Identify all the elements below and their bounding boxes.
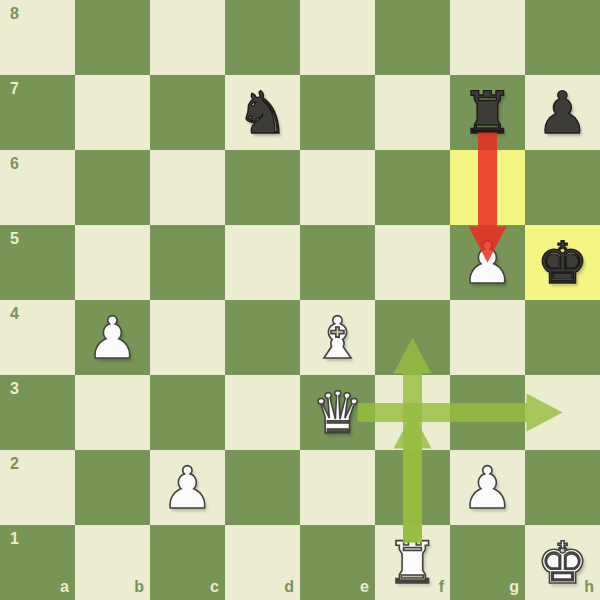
square-c8[interactable] — [150, 0, 225, 75]
square-h2[interactable] — [525, 450, 600, 525]
white-pawn-b4[interactable]: ♟ — [75, 300, 150, 375]
rank-label-8: 8 — [10, 6, 19, 22]
black-rook-g7[interactable]: ♜ — [450, 75, 525, 150]
white-queen-e3[interactable]: ♛ — [300, 375, 375, 450]
square-e4[interactable]: ♝ — [300, 300, 375, 375]
square-f2[interactable] — [375, 450, 450, 525]
last-move-highlight-g6 — [450, 150, 525, 225]
rank-label-2: 2 — [10, 456, 19, 472]
square-e1[interactable]: e — [300, 525, 375, 600]
file-label-b: b — [134, 579, 144, 595]
rank-label-4: 4 — [10, 306, 19, 322]
white-pawn-g2[interactable]: ♟ — [450, 450, 525, 525]
file-label-h: h — [584, 579, 594, 595]
square-f6[interactable] — [375, 150, 450, 225]
chess-board: 87♞♜♟65♟♚4♟♝3♛2♟♟1abcdef♜gh♚ — [0, 0, 600, 600]
square-g6[interactable] — [450, 150, 525, 225]
square-d6[interactable] — [225, 150, 300, 225]
square-e3[interactable]: ♛ — [300, 375, 375, 450]
square-g3[interactable] — [450, 375, 525, 450]
square-a3[interactable]: 3 — [0, 375, 75, 450]
square-f5[interactable] — [375, 225, 450, 300]
square-d7[interactable]: ♞ — [225, 75, 300, 150]
square-g1[interactable]: g — [450, 525, 525, 600]
square-d8[interactable] — [225, 0, 300, 75]
square-e6[interactable] — [300, 150, 375, 225]
square-a6[interactable]: 6 — [0, 150, 75, 225]
rank-label-1: 1 — [10, 531, 19, 547]
rank-label-5: 5 — [10, 231, 19, 247]
square-d1[interactable]: d — [225, 525, 300, 600]
square-f4[interactable] — [375, 300, 450, 375]
white-bishop-e4[interactable]: ♝ — [300, 300, 375, 375]
rank-label-6: 6 — [10, 156, 19, 172]
square-a1[interactable]: 1a — [0, 525, 75, 600]
square-h6[interactable] — [525, 150, 600, 225]
square-b3[interactable] — [75, 375, 150, 450]
black-pawn-h7[interactable]: ♟ — [525, 75, 600, 150]
square-g7[interactable]: ♜ — [450, 75, 525, 150]
square-h5[interactable]: ♚ — [525, 225, 600, 300]
square-b7[interactable] — [75, 75, 150, 150]
file-label-e: e — [360, 579, 369, 595]
square-a4[interactable]: 4 — [0, 300, 75, 375]
board-squares: 87♞♜♟65♟♚4♟♝3♛2♟♟1abcdef♜gh♚ — [0, 0, 600, 600]
rank-label-7: 7 — [10, 81, 19, 97]
file-label-f: f — [439, 579, 444, 595]
white-pawn-g5[interactable]: ♟ — [450, 225, 525, 300]
square-e2[interactable] — [300, 450, 375, 525]
rank-label-3: 3 — [10, 381, 19, 397]
square-a5[interactable]: 5 — [0, 225, 75, 300]
square-a7[interactable]: 7 — [0, 75, 75, 150]
black-king-h5[interactable]: ♚ — [525, 225, 600, 300]
square-g5[interactable]: ♟ — [450, 225, 525, 300]
square-c1[interactable]: c — [150, 525, 225, 600]
square-h7[interactable]: ♟ — [525, 75, 600, 150]
file-label-a: a — [60, 579, 69, 595]
file-label-d: d — [284, 579, 294, 595]
square-e8[interactable] — [300, 0, 375, 75]
file-label-g: g — [509, 579, 519, 595]
square-b5[interactable] — [75, 225, 150, 300]
square-d4[interactable] — [225, 300, 300, 375]
square-a8[interactable]: 8 — [0, 0, 75, 75]
file-label-c: c — [210, 579, 219, 595]
square-b1[interactable]: b — [75, 525, 150, 600]
square-h4[interactable] — [525, 300, 600, 375]
square-d5[interactable] — [225, 225, 300, 300]
square-c5[interactable] — [150, 225, 225, 300]
square-g4[interactable] — [450, 300, 525, 375]
square-a2[interactable]: 2 — [0, 450, 75, 525]
square-e7[interactable] — [300, 75, 375, 150]
square-d2[interactable] — [225, 450, 300, 525]
square-b4[interactable]: ♟ — [75, 300, 150, 375]
square-g2[interactable]: ♟ — [450, 450, 525, 525]
square-e5[interactable] — [300, 225, 375, 300]
square-c2[interactable]: ♟ — [150, 450, 225, 525]
square-f8[interactable] — [375, 0, 450, 75]
white-pawn-c2[interactable]: ♟ — [150, 450, 225, 525]
square-c4[interactable] — [150, 300, 225, 375]
square-f7[interactable] — [375, 75, 450, 150]
square-b6[interactable] — [75, 150, 150, 225]
square-c6[interactable] — [150, 150, 225, 225]
square-h8[interactable] — [525, 0, 600, 75]
square-f3[interactable] — [375, 375, 450, 450]
square-c3[interactable] — [150, 375, 225, 450]
square-d3[interactable] — [225, 375, 300, 450]
square-b8[interactable] — [75, 0, 150, 75]
square-h1[interactable]: h♚ — [525, 525, 600, 600]
square-c7[interactable] — [150, 75, 225, 150]
black-knight-d7[interactable]: ♞ — [225, 75, 300, 150]
square-g8[interactable] — [450, 0, 525, 75]
square-b2[interactable] — [75, 450, 150, 525]
square-h3[interactable] — [525, 375, 600, 450]
square-f1[interactable]: f♜ — [375, 525, 450, 600]
